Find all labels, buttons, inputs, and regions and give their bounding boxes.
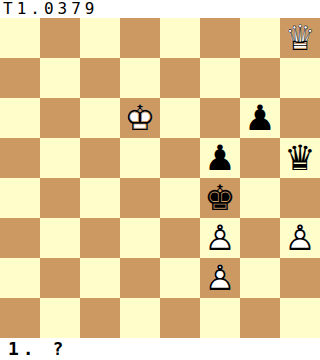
square-f1[interactable] (200, 298, 240, 338)
square-e1[interactable] (160, 298, 200, 338)
square-a2[interactable] (0, 258, 40, 298)
move-prompt: 1. ? (8, 338, 67, 359)
black-pawn-g6: ♟ (240, 98, 280, 138)
square-f4[interactable]: ♚ (200, 178, 240, 218)
square-f8[interactable] (200, 18, 240, 58)
square-g1[interactable] (240, 298, 280, 338)
white-pawn-outline: ♙ (200, 258, 240, 298)
square-f5[interactable]: ♟ (200, 138, 240, 178)
square-e7[interactable] (160, 58, 200, 98)
square-a8[interactable] (0, 18, 40, 58)
square-e5[interactable] (160, 138, 200, 178)
square-a7[interactable] (0, 58, 40, 98)
square-c1[interactable] (80, 298, 120, 338)
square-f2[interactable]: ♟♙ (200, 258, 240, 298)
white-pawn-outline: ♙ (280, 218, 320, 258)
square-h3[interactable]: ♟♙ (280, 218, 320, 258)
white-pawn-f3: ♟♙ (200, 218, 240, 258)
white-pawn-outline: ♙ (200, 218, 240, 258)
square-b2[interactable] (40, 258, 80, 298)
square-c8[interactable] (80, 18, 120, 58)
square-a6[interactable] (0, 98, 40, 138)
square-d4[interactable] (120, 178, 160, 218)
square-d7[interactable] (120, 58, 160, 98)
square-g6[interactable]: ♟ (240, 98, 280, 138)
square-h8[interactable]: ♛♕ (280, 18, 320, 58)
square-f7[interactable] (200, 58, 240, 98)
square-h5[interactable]: ♛ (280, 138, 320, 178)
square-c3[interactable] (80, 218, 120, 258)
square-h4[interactable] (280, 178, 320, 218)
title-bar: T1.0379 (0, 0, 320, 18)
square-g7[interactable] (240, 58, 280, 98)
white-queen-h8: ♛♕ (280, 18, 320, 58)
square-h1[interactable] (280, 298, 320, 338)
black-queen-h5: ♛ (280, 138, 320, 178)
square-b6[interactable] (40, 98, 80, 138)
square-a4[interactable] (0, 178, 40, 218)
square-d6[interactable]: ♚♔ (120, 98, 160, 138)
square-c5[interactable] (80, 138, 120, 178)
square-g3[interactable] (240, 218, 280, 258)
square-b8[interactable] (40, 18, 80, 58)
square-b7[interactable] (40, 58, 80, 98)
square-h6[interactable] (280, 98, 320, 138)
square-g8[interactable] (240, 18, 280, 58)
black-pawn-f5: ♟ (200, 138, 240, 178)
black-king-f4: ♚ (200, 178, 240, 218)
square-d8[interactable] (120, 18, 160, 58)
square-d5[interactable] (120, 138, 160, 178)
square-f6[interactable] (200, 98, 240, 138)
white-queen-outline: ♕ (280, 18, 320, 58)
square-a1[interactable] (0, 298, 40, 338)
square-h2[interactable] (280, 258, 320, 298)
square-c7[interactable] (80, 58, 120, 98)
square-f3[interactable]: ♟♙ (200, 218, 240, 258)
square-b5[interactable] (40, 138, 80, 178)
square-e4[interactable] (160, 178, 200, 218)
square-a3[interactable] (0, 218, 40, 258)
square-d3[interactable] (120, 218, 160, 258)
footer: 1. ? (0, 338, 320, 360)
square-e6[interactable] (160, 98, 200, 138)
square-e2[interactable] (160, 258, 200, 298)
square-e8[interactable] (160, 18, 200, 58)
square-e3[interactable] (160, 218, 200, 258)
square-g4[interactable] (240, 178, 280, 218)
square-c6[interactable] (80, 98, 120, 138)
square-b1[interactable] (40, 298, 80, 338)
white-pawn-f2: ♟♙ (200, 258, 240, 298)
square-d1[interactable] (120, 298, 160, 338)
chess-board: ♛♕♚♔♟♟♛♚♟♙♟♙♟♙ (0, 18, 320, 338)
square-c4[interactable] (80, 178, 120, 218)
square-g2[interactable] (240, 258, 280, 298)
square-b3[interactable] (40, 218, 80, 258)
square-g5[interactable] (240, 138, 280, 178)
square-d2[interactable] (120, 258, 160, 298)
square-h7[interactable] (280, 58, 320, 98)
white-king-d6: ♚♔ (120, 98, 160, 138)
puzzle-id: T1.0379 (3, 0, 98, 18)
square-b4[interactable] (40, 178, 80, 218)
white-king-outline: ♔ (120, 98, 160, 138)
white-pawn-h3: ♟♙ (280, 218, 320, 258)
square-a5[interactable] (0, 138, 40, 178)
square-c2[interactable] (80, 258, 120, 298)
